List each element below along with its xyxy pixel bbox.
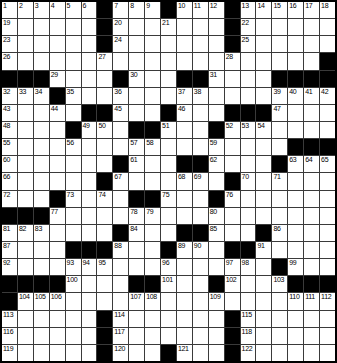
- cell-0-13[interactable]: 12: [209, 2, 224, 18]
- cell-19-7[interactable]: 117: [113, 328, 128, 344]
- cell-7-11[interactable]: [177, 122, 192, 138]
- cell-6-13[interactable]: [209, 105, 224, 121]
- cell-10-18[interactable]: [288, 173, 303, 189]
- cell-12-13[interactable]: 80: [209, 208, 224, 224]
- cell-18-0[interactable]: 113: [2, 311, 17, 327]
- cell-3-1[interactable]: [18, 53, 33, 69]
- cell-15-12[interactable]: [193, 259, 208, 275]
- cell-14-13[interactable]: [209, 242, 224, 258]
- cell-14-11[interactable]: 89: [177, 242, 192, 258]
- cell-11-16[interactable]: [256, 191, 271, 207]
- cell-12-9[interactable]: 79: [145, 208, 160, 224]
- cell-12-14[interactable]: [225, 208, 240, 224]
- cell-8-17[interactable]: [272, 139, 287, 155]
- cell-17-13[interactable]: 109: [209, 293, 224, 309]
- cell-9-19[interactable]: 64: [304, 156, 319, 172]
- cell-19-12[interactable]: [193, 328, 208, 344]
- cell-4-14[interactable]: [225, 71, 240, 87]
- cell-20-20[interactable]: [320, 345, 335, 361]
- cell-8-7[interactable]: [113, 139, 128, 155]
- cell-5-17[interactable]: 39: [272, 88, 287, 104]
- cell-3-5[interactable]: [82, 53, 97, 69]
- cell-20-2[interactable]: [34, 345, 49, 361]
- cell-1-1[interactable]: [18, 19, 33, 35]
- cell-4-6[interactable]: [97, 71, 112, 87]
- cell-19-3[interactable]: [50, 328, 65, 344]
- cell-20-19[interactable]: [304, 345, 319, 361]
- cell-15-14[interactable]: 97: [225, 259, 240, 275]
- cell-17-4[interactable]: [66, 293, 81, 309]
- cell-5-12[interactable]: 38: [193, 88, 208, 104]
- cell-2-16[interactable]: [256, 36, 271, 52]
- cell-1-12[interactable]: [193, 19, 208, 35]
- cell-17-6[interactable]: [97, 293, 112, 309]
- cell-1-7[interactable]: 20: [113, 19, 128, 35]
- cell-3-4[interactable]: [66, 53, 81, 69]
- cell-1-5[interactable]: [82, 19, 97, 35]
- cell-7-18[interactable]: [288, 122, 303, 138]
- cell-18-11[interactable]: [177, 311, 192, 327]
- cell-0-8[interactable]: 8: [129, 2, 144, 18]
- cell-18-1[interactable]: [18, 311, 33, 327]
- cell-1-15[interactable]: 22: [241, 19, 256, 35]
- cell-4-5[interactable]: [82, 71, 97, 87]
- cell-3-14[interactable]: 28: [225, 53, 240, 69]
- cell-14-1[interactable]: [18, 242, 33, 258]
- cell-11-19[interactable]: [304, 191, 319, 207]
- cell-18-10[interactable]: [161, 311, 176, 327]
- cell-7-5[interactable]: 49: [82, 122, 97, 138]
- cell-20-3[interactable]: [50, 345, 65, 361]
- cell-2-12[interactable]: [193, 36, 208, 52]
- cell-18-17[interactable]: [272, 311, 287, 327]
- cell-7-1[interactable]: [18, 122, 33, 138]
- cell-1-2[interactable]: [34, 19, 49, 35]
- cell-7-3[interactable]: [50, 122, 65, 138]
- cell-2-17[interactable]: [272, 36, 287, 52]
- cell-17-3[interactable]: 106: [50, 293, 65, 309]
- cell-15-9[interactable]: [145, 259, 160, 275]
- cell-4-8[interactable]: 30: [129, 71, 144, 87]
- cell-0-1[interactable]: 2: [18, 2, 33, 18]
- cell-7-0[interactable]: 48: [2, 122, 17, 138]
- cell-14-17[interactable]: [272, 242, 287, 258]
- cell-19-17[interactable]: [272, 328, 287, 344]
- cell-2-20[interactable]: [320, 36, 335, 52]
- cell-3-16[interactable]: [256, 53, 271, 69]
- cell-6-1[interactable]: [18, 105, 33, 121]
- cell-6-12[interactable]: [193, 105, 208, 121]
- cell-15-3[interactable]: [50, 259, 65, 275]
- cell-0-16[interactable]: 14: [256, 2, 271, 18]
- cell-2-0[interactable]: 23: [2, 36, 17, 52]
- cell-19-10[interactable]: [161, 328, 176, 344]
- cell-1-0[interactable]: 19: [2, 19, 17, 35]
- cell-20-5[interactable]: [82, 345, 97, 361]
- cell-20-7[interactable]: 120: [113, 345, 128, 361]
- cell-0-19[interactable]: 17: [304, 2, 319, 18]
- cell-10-19[interactable]: [304, 173, 319, 189]
- cell-1-10[interactable]: 21: [161, 19, 176, 35]
- cell-9-14[interactable]: [225, 156, 240, 172]
- cell-0-4[interactable]: 5: [66, 2, 81, 18]
- cell-12-8[interactable]: 78: [129, 208, 144, 224]
- cell-6-3[interactable]: 44: [50, 105, 65, 121]
- cell-20-0[interactable]: 119: [2, 345, 17, 361]
- cell-15-5[interactable]: 94: [82, 259, 97, 275]
- cell-6-18[interactable]: [288, 105, 303, 121]
- cell-5-5[interactable]: [82, 88, 97, 104]
- cell-7-10[interactable]: 51: [161, 122, 176, 138]
- cell-4-15[interactable]: [241, 71, 256, 87]
- cell-12-16[interactable]: [256, 208, 271, 224]
- cell-9-3[interactable]: [50, 156, 65, 172]
- cell-9-0[interactable]: 60: [2, 156, 17, 172]
- cell-20-13[interactable]: [209, 345, 224, 361]
- cell-10-20[interactable]: [320, 173, 335, 189]
- cell-2-9[interactable]: [145, 36, 160, 52]
- cell-7-14[interactable]: 52: [225, 122, 240, 138]
- cell-10-4[interactable]: [66, 173, 81, 189]
- cell-5-6[interactable]: [97, 88, 112, 104]
- cell-0-5[interactable]: 6: [82, 2, 97, 18]
- cell-19-15[interactable]: 118: [241, 328, 256, 344]
- cell-19-5[interactable]: [82, 328, 97, 344]
- cell-1-9[interactable]: [145, 19, 160, 35]
- cell-13-1[interactable]: 82: [18, 225, 33, 241]
- cell-1-17[interactable]: [272, 19, 287, 35]
- cell-12-17[interactable]: [272, 208, 287, 224]
- cell-14-19[interactable]: [304, 242, 319, 258]
- cell-2-15[interactable]: 25: [241, 36, 256, 52]
- cell-8-12[interactable]: [193, 139, 208, 155]
- cell-5-14[interactable]: [225, 88, 240, 104]
- cell-2-1[interactable]: [18, 36, 33, 52]
- cell-13-2[interactable]: 83: [34, 225, 49, 241]
- cell-6-2[interactable]: [34, 105, 49, 121]
- cell-10-15[interactable]: 70: [241, 173, 256, 189]
- cell-20-9[interactable]: [145, 345, 160, 361]
- cell-7-17[interactable]: [272, 122, 287, 138]
- cell-11-15[interactable]: [241, 191, 256, 207]
- cell-17-2[interactable]: 105: [34, 293, 49, 309]
- cell-12-15[interactable]: [241, 208, 256, 224]
- cell-19-4[interactable]: [66, 328, 81, 344]
- cell-15-18[interactable]: 99: [288, 259, 303, 275]
- cell-2-5[interactable]: [82, 36, 97, 52]
- cell-13-4[interactable]: [66, 225, 81, 241]
- cell-17-14[interactable]: [225, 293, 240, 309]
- cell-8-11[interactable]: [177, 139, 192, 155]
- cell-15-6[interactable]: 95: [97, 259, 112, 275]
- cell-10-7[interactable]: 67: [113, 173, 128, 189]
- cell-9-8[interactable]: 61: [129, 156, 144, 172]
- cell-15-0[interactable]: 92: [2, 259, 17, 275]
- cell-15-7[interactable]: [113, 259, 128, 275]
- cell-12-20[interactable]: [320, 208, 335, 224]
- cell-10-2[interactable]: [34, 173, 49, 189]
- cell-8-13[interactable]: 59: [209, 139, 224, 155]
- cell-18-2[interactable]: [34, 311, 49, 327]
- cell-7-12[interactable]: [193, 122, 208, 138]
- cell-3-18[interactable]: [288, 53, 303, 69]
- cell-16-10[interactable]: 101: [161, 276, 176, 292]
- cell-16-15[interactable]: [241, 276, 256, 292]
- cell-5-2[interactable]: 34: [34, 88, 49, 104]
- cell-17-17[interactable]: [272, 293, 287, 309]
- cell-18-18[interactable]: [288, 311, 303, 327]
- cell-7-20[interactable]: [320, 122, 335, 138]
- cell-15-10[interactable]: 96: [161, 259, 176, 275]
- cell-3-10[interactable]: [161, 53, 176, 69]
- cell-0-11[interactable]: 10: [177, 2, 192, 18]
- cell-2-10[interactable]: [161, 36, 176, 52]
- cell-19-8[interactable]: [129, 328, 144, 344]
- cell-14-8[interactable]: [129, 242, 144, 258]
- cell-5-10[interactable]: [161, 88, 176, 104]
- cell-13-14[interactable]: [225, 225, 240, 241]
- cell-1-4[interactable]: [66, 19, 81, 35]
- cell-1-19[interactable]: [304, 19, 319, 35]
- cell-8-0[interactable]: 55: [2, 139, 17, 155]
- cell-13-10[interactable]: [161, 225, 176, 241]
- cell-20-8[interactable]: [129, 345, 144, 361]
- cell-1-18[interactable]: [288, 19, 303, 35]
- cell-3-7[interactable]: [113, 53, 128, 69]
- cell-6-0[interactable]: 43: [2, 105, 17, 121]
- cell-5-11[interactable]: 37: [177, 88, 192, 104]
- cell-18-3[interactable]: [50, 311, 65, 327]
- cell-17-7[interactable]: [113, 293, 128, 309]
- cell-10-1[interactable]: [18, 173, 33, 189]
- cell-11-0[interactable]: 72: [2, 191, 17, 207]
- cell-8-15[interactable]: [241, 139, 256, 155]
- cell-7-19[interactable]: [304, 122, 319, 138]
- cell-11-12[interactable]: [193, 191, 208, 207]
- cell-15-16[interactable]: [256, 259, 271, 275]
- cell-8-9[interactable]: 58: [145, 139, 160, 155]
- cell-19-18[interactable]: [288, 328, 303, 344]
- cell-6-9[interactable]: [145, 105, 160, 121]
- cell-20-12[interactable]: [193, 345, 208, 361]
- cell-0-3[interactable]: 4: [50, 2, 65, 18]
- cell-17-18[interactable]: 110: [288, 293, 303, 309]
- cell-11-7[interactable]: [113, 191, 128, 207]
- cell-17-16[interactable]: [256, 293, 271, 309]
- cell-17-10[interactable]: [161, 293, 176, 309]
- cell-12-7[interactable]: [113, 208, 128, 224]
- cell-3-6[interactable]: 27: [97, 53, 112, 69]
- cell-5-8[interactable]: [129, 88, 144, 104]
- cell-9-9[interactable]: [145, 156, 160, 172]
- cell-6-19[interactable]: [304, 105, 319, 121]
- cell-12-6[interactable]: [97, 208, 112, 224]
- cell-6-20[interactable]: [320, 105, 335, 121]
- cell-1-3[interactable]: [50, 19, 65, 35]
- cell-9-1[interactable]: [18, 156, 33, 172]
- cell-0-2[interactable]: 3: [34, 2, 49, 18]
- cell-18-7[interactable]: 114: [113, 311, 128, 327]
- cell-14-2[interactable]: [34, 242, 49, 258]
- cell-13-0[interactable]: 81: [2, 225, 17, 241]
- cell-2-19[interactable]: [304, 36, 319, 52]
- cell-16-12[interactable]: [193, 276, 208, 292]
- cell-8-4[interactable]: 56: [66, 139, 81, 155]
- cell-11-10[interactable]: 75: [161, 191, 176, 207]
- cell-17-19[interactable]: 111: [304, 293, 319, 309]
- cell-9-10[interactable]: [161, 156, 176, 172]
- cell-2-11[interactable]: [177, 36, 192, 52]
- cell-19-13[interactable]: [209, 328, 224, 344]
- cell-7-15[interactable]: 53: [241, 122, 256, 138]
- cell-10-12[interactable]: 69: [193, 173, 208, 189]
- cell-6-4[interactable]: [66, 105, 81, 121]
- cell-2-8[interactable]: [129, 36, 144, 52]
- cell-15-2[interactable]: [34, 259, 49, 275]
- cell-18-13[interactable]: [209, 311, 224, 327]
- cell-3-13[interactable]: [209, 53, 224, 69]
- cell-1-13[interactable]: [209, 19, 224, 35]
- cell-3-12[interactable]: [193, 53, 208, 69]
- cell-20-4[interactable]: [66, 345, 81, 361]
- cell-9-15[interactable]: [241, 156, 256, 172]
- cell-15-11[interactable]: [177, 259, 192, 275]
- cell-13-6[interactable]: [97, 225, 112, 241]
- cell-8-8[interactable]: 57: [129, 139, 144, 155]
- cell-5-20[interactable]: 42: [320, 88, 335, 104]
- cell-12-12[interactable]: [193, 208, 208, 224]
- cell-13-18[interactable]: [288, 225, 303, 241]
- cell-14-18[interactable]: [288, 242, 303, 258]
- cell-13-17[interactable]: 86: [272, 225, 287, 241]
- cell-17-1[interactable]: 104: [18, 293, 33, 309]
- cell-4-10[interactable]: [161, 71, 176, 87]
- cell-5-15[interactable]: [241, 88, 256, 104]
- cell-9-6[interactable]: [97, 156, 112, 172]
- cell-14-3[interactable]: [50, 242, 65, 258]
- cell-19-9[interactable]: [145, 328, 160, 344]
- cell-10-0[interactable]: 66: [2, 173, 17, 189]
- cell-5-7[interactable]: 36: [113, 88, 128, 104]
- cell-3-15[interactable]: [241, 53, 256, 69]
- cell-11-17[interactable]: [272, 191, 287, 207]
- cell-7-6[interactable]: 50: [97, 122, 112, 138]
- cell-2-4[interactable]: [66, 36, 81, 52]
- cell-19-20[interactable]: [320, 328, 335, 344]
- cell-18-8[interactable]: [129, 311, 144, 327]
- cell-19-16[interactable]: [256, 328, 271, 344]
- cell-11-2[interactable]: [34, 191, 49, 207]
- cell-12-5[interactable]: [82, 208, 97, 224]
- cell-3-8[interactable]: [129, 53, 144, 69]
- cell-10-5[interactable]: [82, 173, 97, 189]
- cell-4-9[interactable]: [145, 71, 160, 87]
- cell-15-20[interactable]: [320, 259, 335, 275]
- cell-2-7[interactable]: 24: [113, 36, 128, 52]
- cell-12-11[interactable]: [177, 208, 192, 224]
- cell-11-5[interactable]: [82, 191, 97, 207]
- cell-2-13[interactable]: [209, 36, 224, 52]
- cell-3-3[interactable]: [50, 53, 65, 69]
- cell-6-8[interactable]: [129, 105, 144, 121]
- cell-10-17[interactable]: 71: [272, 173, 287, 189]
- cell-5-19[interactable]: 41: [304, 88, 319, 104]
- cell-19-19[interactable]: [304, 328, 319, 344]
- cell-3-2[interactable]: [34, 53, 49, 69]
- cell-9-18[interactable]: 63: [288, 156, 303, 172]
- cell-1-16[interactable]: [256, 19, 271, 35]
- cell-13-3[interactable]: [50, 225, 65, 241]
- cell-16-11[interactable]: [177, 276, 192, 292]
- cell-16-4[interactable]: 100: [66, 276, 81, 292]
- cell-16-16[interactable]: [256, 276, 271, 292]
- cell-8-1[interactable]: [18, 139, 33, 155]
- cell-6-7[interactable]: 45: [113, 105, 128, 121]
- cell-14-7[interactable]: 88: [113, 242, 128, 258]
- cell-19-1[interactable]: [18, 328, 33, 344]
- cell-13-13[interactable]: 85: [209, 225, 224, 241]
- cell-13-5[interactable]: [82, 225, 97, 241]
- cell-3-9[interactable]: [145, 53, 160, 69]
- cell-20-17[interactable]: [272, 345, 287, 361]
- cell-8-5[interactable]: [82, 139, 97, 155]
- cell-9-13[interactable]: 62: [209, 156, 224, 172]
- cell-14-12[interactable]: 90: [193, 242, 208, 258]
- cell-15-8[interactable]: [129, 259, 144, 275]
- cell-12-4[interactable]: [66, 208, 81, 224]
- cell-10-9[interactable]: [145, 173, 160, 189]
- cell-5-16[interactable]: [256, 88, 271, 104]
- cell-11-18[interactable]: [288, 191, 303, 207]
- cell-11-14[interactable]: 76: [225, 191, 240, 207]
- cell-18-15[interactable]: 115: [241, 311, 256, 327]
- cell-10-3[interactable]: [50, 173, 65, 189]
- cell-9-16[interactable]: [256, 156, 271, 172]
- cell-17-11[interactable]: [177, 293, 192, 309]
- cell-20-15[interactable]: 122: [241, 345, 256, 361]
- cell-15-19[interactable]: [304, 259, 319, 275]
- cell-13-9[interactable]: [145, 225, 160, 241]
- cell-11-11[interactable]: [177, 191, 192, 207]
- cell-18-5[interactable]: [82, 311, 97, 327]
- cell-13-15[interactable]: [241, 225, 256, 241]
- cell-20-16[interactable]: [256, 345, 271, 361]
- cell-15-1[interactable]: [18, 259, 33, 275]
- cell-6-11[interactable]: 46: [177, 105, 192, 121]
- cell-0-20[interactable]: 18: [320, 2, 335, 18]
- cell-2-3[interactable]: [50, 36, 65, 52]
- cell-16-14[interactable]: 102: [225, 276, 240, 292]
- cell-16-17[interactable]: 103: [272, 276, 287, 292]
- cell-17-8[interactable]: 107: [129, 293, 144, 309]
- cell-6-17[interactable]: 47: [272, 105, 287, 121]
- cell-14-9[interactable]: [145, 242, 160, 258]
- cell-9-5[interactable]: [82, 156, 97, 172]
- cell-18-20[interactable]: [320, 311, 335, 327]
- cell-5-1[interactable]: 33: [18, 88, 33, 104]
- cell-5-4[interactable]: 35: [66, 88, 81, 104]
- cell-11-4[interactable]: 73: [66, 191, 81, 207]
- cell-8-14[interactable]: [225, 139, 240, 155]
- cell-15-15[interactable]: 98: [241, 259, 256, 275]
- cell-10-10[interactable]: [161, 173, 176, 189]
- cell-9-20[interactable]: 65: [320, 156, 335, 172]
- cell-4-4[interactable]: [66, 71, 81, 87]
- cell-1-11[interactable]: [177, 19, 192, 35]
- cell-17-20[interactable]: 112: [320, 293, 335, 309]
- cell-7-16[interactable]: 54: [256, 122, 271, 138]
- cell-0-15[interactable]: 13: [241, 2, 256, 18]
